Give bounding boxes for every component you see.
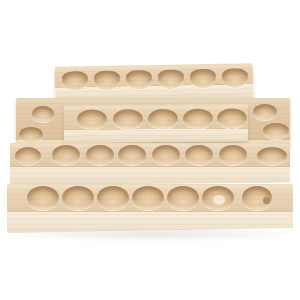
pit (222, 68, 248, 87)
third-row-board (10, 143, 290, 185)
pit (219, 145, 247, 165)
pit (86, 145, 114, 165)
pit (263, 123, 289, 139)
pit (113, 109, 143, 129)
pit (158, 69, 184, 88)
pit (27, 186, 59, 210)
pit (52, 145, 80, 165)
pit (15, 147, 41, 165)
pit (19, 127, 43, 143)
pit (94, 70, 120, 89)
pit (185, 145, 213, 165)
pit (183, 109, 213, 129)
front-board (7, 184, 293, 233)
pit (253, 104, 277, 120)
pit (152, 145, 180, 165)
pit (132, 186, 164, 210)
light-spot-mark (213, 195, 225, 205)
pit (77, 109, 107, 129)
pit (62, 186, 94, 210)
pit (118, 145, 146, 165)
pit (126, 70, 152, 89)
second-rail (64, 104, 248, 142)
pit (242, 186, 272, 210)
board-photo-stage (0, 0, 300, 300)
pit (32, 106, 54, 122)
dark-spot-mark (263, 197, 270, 204)
pit (97, 186, 129, 210)
back-rail (55, 63, 254, 100)
pit (202, 186, 234, 210)
pit (190, 68, 216, 87)
pit (167, 186, 199, 210)
pit (257, 147, 287, 165)
pit (62, 71, 88, 90)
pit (217, 108, 247, 128)
pit (148, 109, 178, 129)
